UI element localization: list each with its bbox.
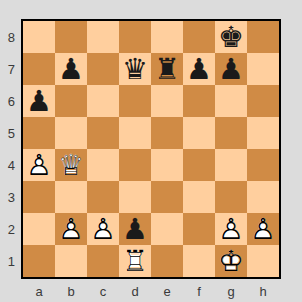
- file-labels: abcdefgh: [21, 281, 281, 301]
- square-d5[interactable]: [119, 117, 151, 149]
- square-a2[interactable]: [23, 213, 55, 245]
- white-pawn-outline: ♙: [87, 213, 119, 245]
- square-f2[interactable]: [183, 213, 215, 245]
- file-label-d: d: [119, 281, 151, 301]
- rank-labels: 87654321: [0, 19, 19, 279]
- rank-label-3: 3: [0, 181, 15, 213]
- square-e1[interactable]: [151, 245, 183, 277]
- square-g6[interactable]: [215, 85, 247, 117]
- file-label-g: g: [215, 281, 247, 301]
- piece-white-pawn[interactable]: ♟♙: [23, 149, 55, 181]
- square-d3[interactable]: [119, 181, 151, 213]
- square-h7[interactable]: [247, 53, 279, 85]
- square-d7[interactable]: ♛: [119, 53, 151, 85]
- piece-white-pawn[interactable]: ♟♙: [215, 213, 247, 245]
- square-e6[interactable]: [151, 85, 183, 117]
- piece-black-king[interactable]: ♚: [215, 21, 247, 53]
- square-e3[interactable]: [151, 181, 183, 213]
- file-label-f: f: [183, 281, 215, 301]
- square-e5[interactable]: [151, 117, 183, 149]
- square-g1[interactable]: ♚♔: [215, 245, 247, 277]
- square-h2[interactable]: ♟♙: [247, 213, 279, 245]
- square-b5[interactable]: [55, 117, 87, 149]
- square-h6[interactable]: [247, 85, 279, 117]
- square-f3[interactable]: [183, 181, 215, 213]
- square-a7[interactable]: [23, 53, 55, 85]
- square-d8[interactable]: [119, 21, 151, 53]
- file-label-c: c: [87, 281, 119, 301]
- square-b8[interactable]: [55, 21, 87, 53]
- square-g3[interactable]: [215, 181, 247, 213]
- square-g7[interactable]: ♟: [215, 53, 247, 85]
- rank-label-2: 2: [0, 213, 15, 245]
- square-g2[interactable]: ♟♙: [215, 213, 247, 245]
- chess-board: ♚♟♛♜♟♟♟♟♙♛♕♟♙♟♙♟♟♙♟♙♜♖♚♔: [21, 19, 281, 279]
- square-f1[interactable]: [183, 245, 215, 277]
- square-d2[interactable]: ♟: [119, 213, 151, 245]
- square-e2[interactable]: [151, 213, 183, 245]
- square-d1[interactable]: ♜♖: [119, 245, 151, 277]
- piece-black-rook[interactable]: ♜: [151, 53, 183, 85]
- square-d6[interactable]: [119, 85, 151, 117]
- square-h1[interactable]: [247, 245, 279, 277]
- square-b3[interactable]: [55, 181, 87, 213]
- square-h5[interactable]: [247, 117, 279, 149]
- square-e8[interactable]: [151, 21, 183, 53]
- square-b7[interactable]: ♟: [55, 53, 87, 85]
- square-h8[interactable]: [247, 21, 279, 53]
- square-g4[interactable]: [215, 149, 247, 181]
- piece-black-pawn[interactable]: ♟: [55, 53, 87, 85]
- square-c8[interactable]: [87, 21, 119, 53]
- square-f8[interactable]: [183, 21, 215, 53]
- piece-black-queen[interactable]: ♛: [119, 53, 151, 85]
- piece-white-queen[interactable]: ♛♕: [55, 149, 87, 181]
- square-b6[interactable]: [55, 85, 87, 117]
- square-a4[interactable]: ♟♙: [23, 149, 55, 181]
- square-b2[interactable]: ♟♙: [55, 213, 87, 245]
- white-rook-outline: ♖: [119, 245, 151, 277]
- square-f6[interactable]: [183, 85, 215, 117]
- piece-black-pawn[interactable]: ♟: [183, 53, 215, 85]
- rank-label-7: 7: [0, 53, 15, 85]
- piece-white-pawn[interactable]: ♟♙: [247, 213, 279, 245]
- square-c2[interactable]: ♟♙: [87, 213, 119, 245]
- square-c7[interactable]: [87, 53, 119, 85]
- square-f7[interactable]: ♟: [183, 53, 215, 85]
- piece-black-pawn[interactable]: ♟: [119, 213, 151, 245]
- square-c1[interactable]: [87, 245, 119, 277]
- square-g5[interactable]: [215, 117, 247, 149]
- rank-label-5: 5: [0, 117, 15, 149]
- piece-white-rook[interactable]: ♜♖: [119, 245, 151, 277]
- square-a3[interactable]: [23, 181, 55, 213]
- square-e7[interactable]: ♜: [151, 53, 183, 85]
- white-pawn-outline: ♙: [23, 149, 55, 181]
- square-b1[interactable]: [55, 245, 87, 277]
- file-label-b: b: [55, 281, 87, 301]
- square-c3[interactable]: [87, 181, 119, 213]
- rank-label-8: 8: [0, 21, 15, 53]
- square-c5[interactable]: [87, 117, 119, 149]
- white-pawn-outline: ♙: [55, 213, 87, 245]
- square-g8[interactable]: ♚: [215, 21, 247, 53]
- piece-white-king[interactable]: ♚♔: [215, 245, 247, 277]
- white-king-outline: ♔: [215, 245, 247, 277]
- square-f4[interactable]: [183, 149, 215, 181]
- square-h4[interactable]: [247, 149, 279, 181]
- white-queen-outline: ♕: [55, 149, 87, 181]
- rank-label-1: 1: [0, 245, 15, 277]
- square-a1[interactable]: [23, 245, 55, 277]
- piece-white-pawn[interactable]: ♟♙: [87, 213, 119, 245]
- white-pawn-outline: ♙: [215, 213, 247, 245]
- square-a8[interactable]: [23, 21, 55, 53]
- rank-label-6: 6: [0, 85, 15, 117]
- square-c4[interactable]: [87, 149, 119, 181]
- piece-white-pawn[interactable]: ♟♙: [55, 213, 87, 245]
- square-d4[interactable]: [119, 149, 151, 181]
- file-label-a: a: [23, 281, 55, 301]
- square-h3[interactable]: [247, 181, 279, 213]
- chess-diagram: 87654321 ♚♟♛♜♟♟♟♟♙♛♕♟♙♟♙♟♟♙♟♙♜♖♚♔ abcdef…: [0, 0, 302, 302]
- file-label-h: h: [247, 281, 279, 301]
- file-label-e: e: [151, 281, 183, 301]
- square-a6[interactable]: ♟: [23, 85, 55, 117]
- piece-black-pawn[interactable]: ♟: [215, 53, 247, 85]
- square-f5[interactable]: [183, 117, 215, 149]
- square-b4[interactable]: ♛♕: [55, 149, 87, 181]
- piece-black-pawn[interactable]: ♟: [23, 85, 55, 117]
- square-e4[interactable]: [151, 149, 183, 181]
- square-a5[interactable]: [23, 117, 55, 149]
- square-c6[interactable]: [87, 85, 119, 117]
- rank-label-4: 4: [0, 149, 15, 181]
- white-pawn-outline: ♙: [247, 213, 279, 245]
